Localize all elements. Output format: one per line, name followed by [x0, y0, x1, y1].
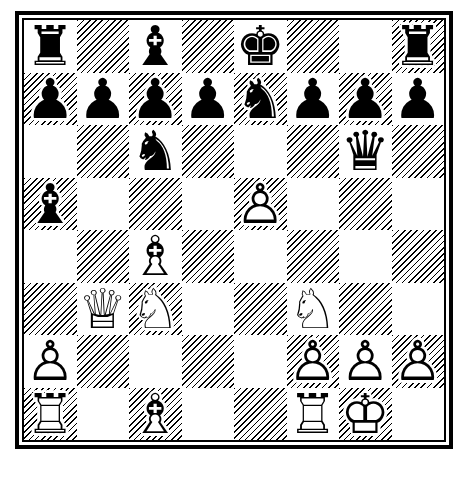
piece-glyph: ♔	[341, 387, 390, 442]
square-g3[interactable]	[339, 283, 392, 336]
square-c6[interactable]: ♞♞	[129, 125, 182, 178]
piece-white-pawn[interactable]: ♟♙	[24, 335, 77, 388]
square-b5[interactable]	[77, 178, 130, 231]
square-h8[interactable]: ♜♜	[392, 20, 445, 73]
square-d2[interactable]	[182, 335, 235, 388]
piece-white-knight[interactable]: ♞♘	[129, 283, 182, 336]
piece-white-pawn[interactable]: ♟♙	[339, 335, 392, 388]
square-e1[interactable]	[234, 388, 287, 441]
square-g4[interactable]	[339, 230, 392, 283]
square-h2[interactable]: ♟♙	[392, 335, 445, 388]
square-a1[interactable]: ♜♖	[24, 388, 77, 441]
board-outer-frame: ♜♜♝♝♚♚♜♜♟♟♟♟♟♟♟♟♞♞♟♟♟♟♟♟♞♞♛♛♝♝♟♙♝♗♛♕♞♘♞♘…	[15, 11, 453, 449]
piece-glyph: ♟	[78, 72, 127, 127]
square-b2[interactable]	[77, 335, 130, 388]
square-c5[interactable]	[129, 178, 182, 231]
square-d4[interactable]	[182, 230, 235, 283]
square-f8[interactable]	[287, 20, 340, 73]
piece-black-pawn[interactable]: ♟♟	[129, 73, 182, 126]
piece-glyph: ♝	[26, 177, 75, 232]
piece-glyph: ♟	[393, 72, 442, 127]
piece-black-knight[interactable]: ♞♞	[234, 73, 287, 126]
piece-glyph: ♖	[288, 387, 337, 442]
square-g8[interactable]	[339, 20, 392, 73]
piece-white-queen[interactable]: ♛♕	[77, 283, 130, 336]
board-inner-frame: ♜♜♝♝♚♚♜♜♟♟♟♟♟♟♟♟♞♞♟♟♟♟♟♟♞♞♛♛♝♝♟♙♝♗♛♕♞♘♞♘…	[22, 18, 446, 442]
piece-glyph: ♟	[26, 72, 75, 127]
square-a6[interactable]	[24, 125, 77, 178]
square-d5[interactable]	[182, 178, 235, 231]
square-e8[interactable]: ♚♚	[234, 20, 287, 73]
square-d1[interactable]	[182, 388, 235, 441]
piece-glyph: ♞	[131, 124, 180, 179]
square-c4[interactable]: ♝♗	[129, 230, 182, 283]
square-a4[interactable]	[24, 230, 77, 283]
square-c8[interactable]: ♝♝	[129, 20, 182, 73]
piece-white-rook[interactable]: ♜♖	[24, 388, 77, 441]
square-b8[interactable]	[77, 20, 130, 73]
square-b1[interactable]	[77, 388, 130, 441]
square-a8[interactable]: ♜♜	[24, 20, 77, 73]
square-d7[interactable]: ♟♟	[182, 73, 235, 126]
piece-glyph: ♙	[393, 334, 442, 389]
piece-glyph: ♖	[26, 387, 75, 442]
square-h3[interactable]	[392, 283, 445, 336]
piece-black-queen[interactable]: ♛♛	[339, 125, 392, 178]
square-a3[interactable]	[24, 283, 77, 336]
piece-glyph: ♘	[131, 282, 180, 337]
piece-black-pawn[interactable]: ♟♟	[339, 73, 392, 126]
square-e6[interactable]	[234, 125, 287, 178]
piece-glyph: ♟	[288, 72, 337, 127]
piece-black-pawn[interactable]: ♟♟	[287, 73, 340, 126]
square-b3[interactable]: ♛♕	[77, 283, 130, 336]
piece-black-pawn[interactable]: ♟♟	[182, 73, 235, 126]
square-a2[interactable]: ♟♙	[24, 335, 77, 388]
piece-glyph: ♛	[341, 124, 390, 179]
square-f5[interactable]	[287, 178, 340, 231]
square-e2[interactable]	[234, 335, 287, 388]
piece-white-pawn[interactable]: ♟♙	[234, 178, 287, 231]
square-g2[interactable]: ♟♙	[339, 335, 392, 388]
piece-black-pawn[interactable]: ♟♟	[392, 73, 445, 126]
piece-white-pawn[interactable]: ♟♙	[287, 335, 340, 388]
piece-black-rook[interactable]: ♜♜	[24, 20, 77, 73]
square-c1[interactable]: ♝♗	[129, 388, 182, 441]
square-b7[interactable]: ♟♟	[77, 73, 130, 126]
square-d6[interactable]	[182, 125, 235, 178]
square-c3[interactable]: ♞♘	[129, 283, 182, 336]
square-h6[interactable]	[392, 125, 445, 178]
square-b6[interactable]	[77, 125, 130, 178]
piece-glyph: ♞	[236, 72, 285, 127]
square-g7[interactable]: ♟♟	[339, 73, 392, 126]
square-h7[interactable]: ♟♟	[392, 73, 445, 126]
square-a7[interactable]: ♟♟	[24, 73, 77, 126]
page-background: ♜♜♝♝♚♚♜♜♟♟♟♟♟♟♟♟♞♞♟♟♟♟♟♟♞♞♛♛♝♝♟♙♝♗♛♕♞♘♞♘…	[0, 0, 468, 477]
square-g1[interactable]: ♚♔	[339, 388, 392, 441]
piece-white-knight[interactable]: ♞♘	[287, 283, 340, 336]
piece-black-bishop[interactable]: ♝♝	[24, 178, 77, 231]
square-e7[interactable]: ♞♞	[234, 73, 287, 126]
piece-black-bishop[interactable]: ♝♝	[129, 20, 182, 73]
piece-glyph: ♙	[236, 177, 285, 232]
square-e4[interactable]	[234, 230, 287, 283]
piece-black-rook[interactable]: ♜♜	[392, 20, 445, 73]
piece-glyph: ♟	[183, 72, 232, 127]
square-f6[interactable]	[287, 125, 340, 178]
square-d3[interactable]	[182, 283, 235, 336]
piece-black-king[interactable]: ♚♚	[234, 20, 287, 73]
square-f1[interactable]: ♜♖	[287, 388, 340, 441]
square-c7[interactable]: ♟♟	[129, 73, 182, 126]
piece-white-bishop[interactable]: ♝♗	[129, 388, 182, 441]
piece-glyph: ♗	[131, 387, 180, 442]
piece-black-knight[interactable]: ♞♞	[129, 125, 182, 178]
square-a5[interactable]: ♝♝	[24, 178, 77, 231]
square-f7[interactable]: ♟♟	[287, 73, 340, 126]
square-f3[interactable]: ♞♘	[287, 283, 340, 336]
square-f4[interactable]	[287, 230, 340, 283]
square-c2[interactable]	[129, 335, 182, 388]
square-h1[interactable]	[392, 388, 445, 441]
square-d8[interactable]	[182, 20, 235, 73]
square-e3[interactable]	[234, 283, 287, 336]
piece-white-king[interactable]: ♚♔	[339, 388, 392, 441]
square-g5[interactable]	[339, 178, 392, 231]
piece-black-pawn[interactable]: ♟♟	[77, 73, 130, 126]
square-f2[interactable]: ♟♙	[287, 335, 340, 388]
piece-glyph: ♕	[78, 282, 127, 337]
piece-white-rook[interactable]: ♜♖	[287, 388, 340, 441]
square-e5[interactable]: ♟♙	[234, 178, 287, 231]
piece-black-pawn[interactable]: ♟♟	[24, 73, 77, 126]
square-h5[interactable]	[392, 178, 445, 231]
chess-board: ♜♜♝♝♚♚♜♜♟♟♟♟♟♟♟♟♞♞♟♟♟♟♟♟♞♞♛♛♝♝♟♙♝♗♛♕♞♘♞♘…	[24, 20, 444, 440]
square-g6[interactable]: ♛♛	[339, 125, 392, 178]
square-h4[interactable]	[392, 230, 445, 283]
square-b4[interactable]	[77, 230, 130, 283]
piece-white-pawn[interactable]: ♟♙	[392, 335, 445, 388]
piece-white-bishop[interactable]: ♝♗	[129, 230, 182, 283]
